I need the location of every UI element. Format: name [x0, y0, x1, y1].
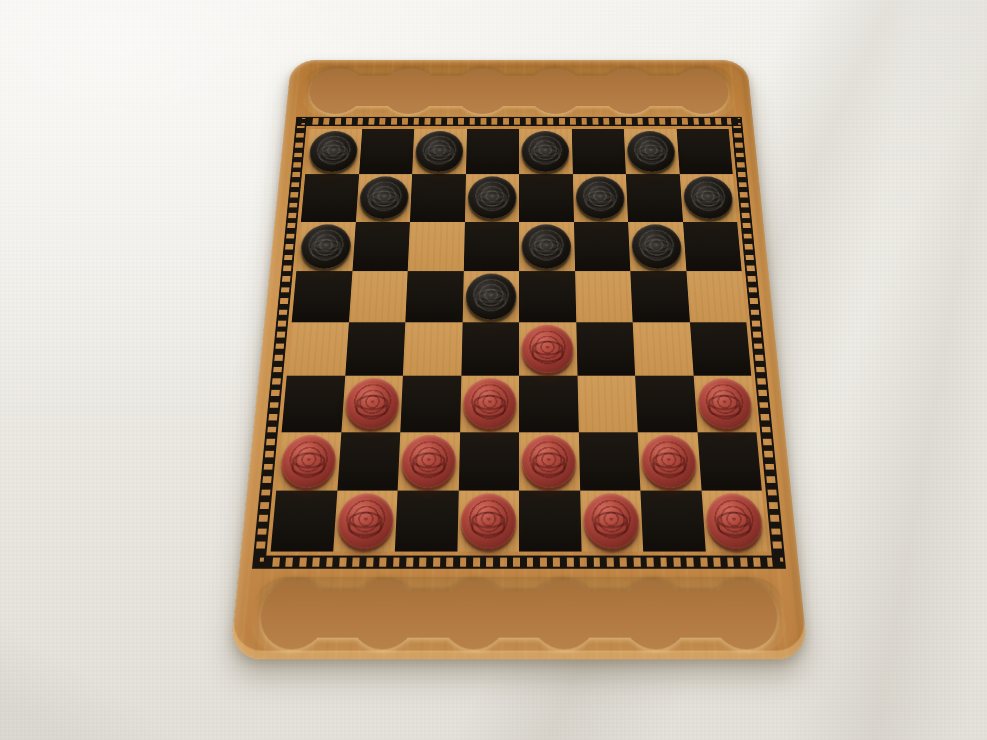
- square-h3[interactable]: ⛀: [693, 376, 756, 432]
- square-f8[interactable]: [571, 129, 625, 174]
- tray-scallop: [381, 68, 438, 114]
- red-piece-glyph: ⛀: [704, 493, 763, 548]
- red-piece[interactable]: ⛀: [401, 435, 457, 488]
- black-piece[interactable]: ⛂: [465, 273, 516, 319]
- piece-tray-top: [301, 66, 738, 117]
- black-piece-glyph: ⛂: [522, 131, 570, 172]
- red-piece-glyph: ⛀: [336, 493, 394, 548]
- red-piece[interactable]: ⛀: [522, 435, 576, 488]
- tray-scallop: [307, 68, 365, 114]
- square-f7[interactable]: ⛂: [572, 174, 628, 221]
- square-d1[interactable]: ⛀: [457, 490, 519, 551]
- square-a6[interactable]: ⛂: [296, 222, 355, 271]
- square-a5[interactable]: [292, 271, 352, 322]
- square-h8[interactable]: [676, 129, 733, 174]
- red-piece[interactable]: ⛀: [460, 493, 516, 548]
- square-f5[interactable]: [575, 271, 633, 322]
- square-g1[interactable]: [640, 490, 705, 551]
- square-e5[interactable]: [519, 271, 576, 322]
- square-d7[interactable]: ⛂: [464, 174, 519, 221]
- black-piece[interactable]: ⛂: [627, 131, 677, 172]
- square-f6[interactable]: [574, 222, 631, 271]
- square-h1[interactable]: ⛀: [701, 490, 767, 551]
- square-g2[interactable]: ⛀: [638, 432, 701, 490]
- tray-scallop: [530, 580, 598, 650]
- square-a4[interactable]: [287, 322, 349, 376]
- square-g7[interactable]: [626, 174, 683, 221]
- black-piece-glyph: ⛂: [631, 224, 683, 268]
- black-piece-glyph: ⛂: [308, 131, 359, 172]
- black-piece-glyph: ⛂: [575, 177, 625, 220]
- square-b3[interactable]: ⛀: [341, 376, 403, 432]
- black-piece[interactable]: ⛂: [575, 177, 625, 220]
- square-g3[interactable]: [635, 376, 697, 432]
- square-h2[interactable]: [697, 432, 762, 490]
- square-c2[interactable]: ⛀: [398, 432, 460, 490]
- tray-scallop: [708, 580, 781, 650]
- red-piece-glyph: ⛀: [641, 435, 698, 488]
- black-piece[interactable]: ⛂: [467, 177, 516, 220]
- square-a8[interactable]: ⛂: [305, 129, 362, 174]
- square-c4[interactable]: [403, 322, 462, 376]
- checkers-board: ⛂⛂⛂⛂⛂⛂⛂⛂⛂⛂⛂⛂⛀⛀⛀⛀⛀⛀⛀⛀⛀⛀⛀⛀: [230, 60, 809, 659]
- black-piece-glyph: ⛂: [299, 224, 352, 268]
- square-c7[interactable]: [410, 174, 466, 221]
- square-a1[interactable]: [271, 490, 337, 551]
- tray-scallop: [257, 580, 330, 650]
- square-c5[interactable]: [405, 271, 463, 322]
- black-piece[interactable]: ⛂: [522, 224, 572, 268]
- red-piece[interactable]: ⛀: [463, 379, 516, 429]
- square-a2[interactable]: ⛀: [276, 432, 341, 490]
- red-piece-glyph: ⛀: [401, 435, 457, 488]
- square-e2[interactable]: ⛀: [519, 432, 580, 490]
- square-d5[interactable]: ⛂: [462, 271, 519, 322]
- red-piece[interactable]: ⛀: [696, 379, 753, 429]
- red-piece[interactable]: ⛀: [336, 493, 394, 548]
- tray-scallop: [455, 68, 510, 114]
- square-h4[interactable]: [690, 322, 752, 376]
- square-b6[interactable]: [352, 222, 410, 271]
- square-b2[interactable]: [337, 432, 400, 490]
- square-e1[interactable]: [519, 490, 581, 551]
- red-piece-glyph: ⛀: [463, 379, 516, 429]
- black-piece[interactable]: ⛂: [522, 131, 570, 172]
- square-b4[interactable]: [345, 322, 406, 376]
- square-d4[interactable]: [461, 322, 519, 376]
- square-h7[interactable]: ⛂: [679, 174, 737, 221]
- square-e3[interactable]: [519, 376, 578, 432]
- red-piece[interactable]: ⛀: [522, 325, 574, 373]
- square-c6[interactable]: [408, 222, 465, 271]
- black-piece[interactable]: ⛂: [308, 131, 359, 172]
- red-piece[interactable]: ⛀: [280, 435, 338, 488]
- square-d3[interactable]: ⛀: [460, 376, 519, 432]
- square-f2[interactable]: [578, 432, 640, 490]
- red-piece-glyph: ⛀: [696, 379, 753, 429]
- red-piece[interactable]: ⛀: [704, 493, 763, 548]
- square-f3[interactable]: [577, 376, 638, 432]
- tray-scallop: [672, 68, 730, 114]
- red-piece-glyph: ⛀: [522, 435, 576, 488]
- red-piece-glyph: ⛀: [522, 325, 574, 373]
- square-d8[interactable]: [466, 129, 519, 174]
- square-b5[interactable]: [348, 271, 407, 322]
- black-piece[interactable]: ⛂: [358, 177, 409, 220]
- square-h6[interactable]: [683, 222, 742, 271]
- square-b1[interactable]: ⛀: [333, 490, 398, 551]
- square-d2[interactable]: [458, 432, 519, 490]
- scene: ⛂⛂⛂⛂⛂⛂⛂⛂⛂⛂⛂⛂⛀⛀⛀⛀⛀⛀⛀⛀⛀⛀⛀⛀: [0, 0, 987, 740]
- square-f1[interactable]: ⛀: [580, 490, 644, 551]
- red-piece-glyph: ⛀: [344, 379, 399, 429]
- red-piece[interactable]: ⛀: [344, 379, 399, 429]
- black-piece-glyph: ⛂: [522, 224, 572, 268]
- square-a3[interactable]: [282, 376, 345, 432]
- black-piece[interactable]: ⛂: [415, 131, 464, 172]
- square-g5[interactable]: [630, 271, 689, 322]
- square-e6[interactable]: ⛂: [519, 222, 575, 271]
- tray-scallop: [440, 580, 508, 650]
- square-e8[interactable]: ⛂: [519, 129, 572, 174]
- red-piece[interactable]: ⛀: [641, 435, 698, 488]
- square-g4[interactable]: [633, 322, 694, 376]
- square-d6[interactable]: [463, 222, 519, 271]
- square-g8[interactable]: ⛂: [624, 129, 680, 174]
- piece-tray-bottom: [249, 577, 789, 653]
- black-piece-glyph: ⛂: [627, 131, 677, 172]
- square-c3[interactable]: [400, 376, 461, 432]
- square-e4[interactable]: ⛀: [519, 322, 577, 376]
- border-inlay-bottom: [252, 556, 786, 569]
- black-piece-glyph: ⛂: [415, 131, 464, 172]
- square-c1[interactable]: [395, 490, 459, 551]
- border-inlay-top: [295, 117, 742, 126]
- square-f4[interactable]: [576, 322, 635, 376]
- red-piece[interactable]: ⛀: [583, 493, 640, 548]
- square-a7[interactable]: [301, 174, 359, 221]
- black-piece[interactable]: ⛂: [631, 224, 683, 268]
- board-grid: ⛂⛂⛂⛂⛂⛂⛂⛂⛂⛂⛂⛂⛀⛀⛀⛀⛀⛀⛀⛀⛀⛀⛀⛀: [271, 129, 768, 552]
- square-b8[interactable]: [359, 129, 415, 174]
- square-c8[interactable]: ⛂: [412, 129, 466, 174]
- black-piece[interactable]: ⛂: [299, 224, 352, 268]
- black-piece[interactable]: ⛂: [682, 177, 734, 220]
- red-piece-glyph: ⛀: [583, 493, 640, 548]
- square-e7[interactable]: [519, 174, 574, 221]
- black-piece-glyph: ⛂: [465, 273, 516, 319]
- square-g6[interactable]: ⛂: [628, 222, 686, 271]
- red-piece-glyph: ⛀: [280, 435, 338, 488]
- black-piece-glyph: ⛂: [358, 177, 409, 220]
- square-b7[interactable]: ⛂: [355, 174, 412, 221]
- square-h5[interactable]: [686, 271, 746, 322]
- black-piece-glyph: ⛂: [682, 177, 734, 220]
- tray-scallop: [528, 68, 583, 114]
- red-piece-glyph: ⛀: [460, 493, 516, 548]
- black-piece-glyph: ⛂: [467, 177, 516, 220]
